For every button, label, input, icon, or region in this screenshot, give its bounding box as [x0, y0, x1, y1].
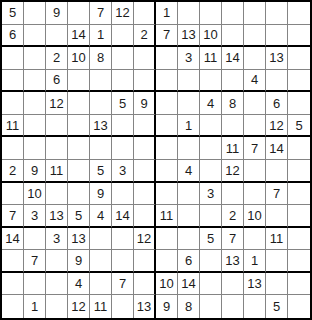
cell-r4c2[interactable] — [24, 70, 46, 93]
cell-r3c10[interactable]: 11 — [200, 47, 222, 70]
cell-r10c14[interactable] — [288, 205, 310, 228]
cell-r6c1[interactable]: 11 — [2, 115, 24, 138]
cell-r10c6[interactable]: 14 — [112, 205, 134, 228]
cell-r6c3[interactable] — [46, 115, 68, 138]
cell-r12c6[interactable] — [112, 250, 134, 273]
cell-r13c6[interactable]: 7 — [112, 273, 134, 296]
cell-r1c6[interactable]: 12 — [112, 2, 134, 25]
cell-r5c1[interactable] — [2, 92, 24, 115]
cell-r4c14[interactable] — [288, 70, 310, 93]
cell-r11c13[interactable]: 11 — [266, 228, 288, 251]
cell-r13c8[interactable]: 10 — [156, 273, 178, 296]
cell-r8c7[interactable] — [134, 160, 156, 183]
cell-r1c14[interactable] — [288, 2, 310, 25]
cell-r2c12[interactable] — [244, 25, 266, 48]
cell-r5c13[interactable]: 6 — [266, 92, 288, 115]
cell-r2c11[interactable] — [222, 25, 244, 48]
sudoku-board: 5971216141271310210831114136412594861113… — [0, 0, 312, 320]
cell-r1c4[interactable] — [68, 2, 90, 25]
cell-r1c2[interactable] — [24, 2, 46, 25]
cell-r14c11[interactable] — [222, 295, 244, 318]
cell-r8c8[interactable] — [156, 160, 178, 183]
cell-r10c3[interactable]: 13 — [46, 205, 68, 228]
cell-r3c13[interactable]: 13 — [266, 47, 288, 70]
cell-r14c3[interactable] — [46, 295, 68, 318]
cell-r12c7[interactable] — [134, 250, 156, 273]
cell-r9c13[interactable]: 7 — [266, 183, 288, 206]
cell-r14c2[interactable]: 1 — [24, 295, 46, 318]
cell-r12c9[interactable]: 6 — [178, 250, 200, 273]
cell-r4c12[interactable]: 4 — [244, 70, 266, 93]
cell-r6c12[interactable] — [244, 115, 266, 138]
cell-r5c12[interactable] — [244, 92, 266, 115]
cell-r5c3[interactable]: 12 — [46, 92, 68, 115]
cell-r4c6[interactable] — [112, 70, 134, 93]
cell-r3c5[interactable]: 8 — [90, 47, 112, 70]
cell-r11c12[interactable] — [244, 228, 266, 251]
cell-r12c4[interactable]: 9 — [68, 250, 90, 273]
cell-r1c7[interactable] — [134, 2, 156, 25]
cell-r9c3[interactable] — [46, 183, 68, 206]
cell-r5c10[interactable]: 4 — [200, 92, 222, 115]
cell-r11c4[interactable]: 13 — [68, 228, 90, 251]
cell-r14c14[interactable] — [288, 295, 310, 318]
cell-r12c2[interactable]: 7 — [24, 250, 46, 273]
cell-r6c2[interactable] — [24, 115, 46, 138]
cell-r11c2[interactable] — [24, 228, 46, 251]
cell-r4c11[interactable] — [222, 70, 244, 93]
cell-r13c7[interactable] — [134, 273, 156, 296]
cell-r9c10[interactable]: 3 — [200, 183, 222, 206]
cell-r10c5[interactable]: 4 — [90, 205, 112, 228]
cell-r5c14[interactable] — [288, 92, 310, 115]
cell-r1c3[interactable]: 9 — [46, 2, 68, 25]
cell-r5c4[interactable] — [68, 92, 90, 115]
cell-r2c2[interactable] — [24, 25, 46, 48]
cell-r12c1[interactable] — [2, 250, 24, 273]
cell-r7c3[interactable] — [46, 137, 68, 160]
cell-r2c13[interactable] — [266, 25, 288, 48]
cell-r1c10[interactable] — [200, 2, 222, 25]
cell-r8c4[interactable] — [68, 160, 90, 183]
cell-r12c13[interactable] — [266, 250, 288, 273]
cell-r10c4[interactable]: 5 — [68, 205, 90, 228]
cell-r1c11[interactable] — [222, 2, 244, 25]
cell-r8c1[interactable]: 2 — [2, 160, 24, 183]
cell-r3c1[interactable] — [2, 47, 24, 70]
cell-r1c1[interactable]: 5 — [2, 2, 24, 25]
cell-r13c10[interactable] — [200, 273, 222, 296]
cell-r8c11[interactable]: 12 — [222, 160, 244, 183]
cell-r2c6[interactable] — [112, 25, 134, 48]
cell-r9c12[interactable] — [244, 183, 266, 206]
cell-r4c5[interactable] — [90, 70, 112, 93]
cell-r3c11[interactable]: 14 — [222, 47, 244, 70]
cell-r5c7[interactable]: 9 — [134, 92, 156, 115]
cell-r7c7[interactable] — [134, 137, 156, 160]
cell-r14c12[interactable] — [244, 295, 266, 318]
cell-r7c5[interactable] — [90, 137, 112, 160]
cell-r12c11[interactable]: 13 — [222, 250, 244, 273]
cell-r4c9[interactable] — [178, 70, 200, 93]
cell-r9c2[interactable]: 10 — [24, 183, 46, 206]
cell-r14c6[interactable] — [112, 295, 134, 318]
cell-r12c3[interactable] — [46, 250, 68, 273]
cell-r7c2[interactable] — [24, 137, 46, 160]
cell-r4c3[interactable]: 6 — [46, 70, 68, 93]
cell-r6c4[interactable] — [68, 115, 90, 138]
cell-r3c4[interactable]: 10 — [68, 47, 90, 70]
cell-r9c5[interactable]: 9 — [90, 183, 112, 206]
cell-r10c2[interactable]: 3 — [24, 205, 46, 228]
cell-r3c14[interactable] — [288, 47, 310, 70]
cell-r10c9[interactable] — [178, 205, 200, 228]
cell-r1c12[interactable] — [244, 2, 266, 25]
cell-r11c9[interactable] — [178, 228, 200, 251]
cell-r7c8[interactable] — [156, 137, 178, 160]
cell-r10c13[interactable] — [266, 205, 288, 228]
cell-r6c11[interactable] — [222, 115, 244, 138]
cell-r6c7[interactable] — [134, 115, 156, 138]
cell-r10c12[interactable]: 10 — [244, 205, 266, 228]
cell-r11c5[interactable] — [90, 228, 112, 251]
cell-r12c14[interactable] — [288, 250, 310, 273]
cell-r12c10[interactable] — [200, 250, 222, 273]
cell-r14c8[interactable]: 9 — [156, 295, 178, 318]
cell-r11c8[interactable] — [156, 228, 178, 251]
cell-r5c11[interactable]: 8 — [222, 92, 244, 115]
cell-r3c2[interactable] — [24, 47, 46, 70]
cell-r1c9[interactable] — [178, 2, 200, 25]
cell-r2c1[interactable]: 6 — [2, 25, 24, 48]
cell-r10c8[interactable]: 11 — [156, 205, 178, 228]
cell-r1c8[interactable]: 1 — [156, 2, 178, 25]
cell-r5c9[interactable] — [178, 92, 200, 115]
cell-r11c7[interactable]: 12 — [134, 228, 156, 251]
cell-r2c9[interactable]: 13 — [178, 25, 200, 48]
cell-r8c5[interactable]: 5 — [90, 160, 112, 183]
cell-r7c4[interactable] — [68, 137, 90, 160]
cell-r5c2[interactable] — [24, 92, 46, 115]
cell-r14c13[interactable]: 5 — [266, 295, 288, 318]
cell-r7c6[interactable] — [112, 137, 134, 160]
cell-r2c10[interactable]: 10 — [200, 25, 222, 48]
cell-r11c10[interactable]: 5 — [200, 228, 222, 251]
cell-r4c1[interactable] — [2, 70, 24, 93]
cell-r3c7[interactable] — [134, 47, 156, 70]
cell-r13c11[interactable] — [222, 273, 244, 296]
cell-r1c5[interactable]: 7 — [90, 2, 112, 25]
cell-r6c9[interactable]: 1 — [178, 115, 200, 138]
cell-r13c9[interactable]: 14 — [178, 273, 200, 296]
cell-r6c8[interactable] — [156, 115, 178, 138]
cell-r12c5[interactable] — [90, 250, 112, 273]
cell-r4c8[interactable] — [156, 70, 178, 93]
cell-r3c8[interactable] — [156, 47, 178, 70]
cell-r10c1[interactable]: 7 — [2, 205, 24, 228]
cell-r2c8[interactable]: 7 — [156, 25, 178, 48]
cell-r13c13[interactable] — [266, 273, 288, 296]
cell-r6c14[interactable]: 5 — [288, 115, 310, 138]
cell-r11c1[interactable]: 14 — [2, 228, 24, 251]
cell-r6c6[interactable] — [112, 115, 134, 138]
cell-r13c12[interactable]: 13 — [244, 273, 266, 296]
cell-r5c5[interactable] — [90, 92, 112, 115]
cell-r9c9[interactable] — [178, 183, 200, 206]
cell-r13c1[interactable] — [2, 273, 24, 296]
cell-r14c5[interactable]: 11 — [90, 295, 112, 318]
cell-r14c7[interactable]: 13 — [134, 295, 156, 318]
cell-r6c13[interactable]: 12 — [266, 115, 288, 138]
cell-r8c6[interactable]: 3 — [112, 160, 134, 183]
cell-r9c4[interactable] — [68, 183, 90, 206]
cell-r2c5[interactable]: 1 — [90, 25, 112, 48]
cell-r12c8[interactable] — [156, 250, 178, 273]
cell-r13c2[interactable] — [24, 273, 46, 296]
cell-r6c10[interactable] — [200, 115, 222, 138]
cell-r14c1[interactable] — [2, 295, 24, 318]
cell-r7c10[interactable] — [200, 137, 222, 160]
cell-r12c12[interactable]: 1 — [244, 250, 266, 273]
cell-r7c1[interactable] — [2, 137, 24, 160]
cell-r10c11[interactable]: 2 — [222, 205, 244, 228]
cell-r8c3[interactable]: 11 — [46, 160, 68, 183]
cell-r3c6[interactable] — [112, 47, 134, 70]
cell-r11c14[interactable] — [288, 228, 310, 251]
cell-r9c1[interactable] — [2, 183, 24, 206]
cell-r8c10[interactable] — [200, 160, 222, 183]
cell-r2c3[interactable] — [46, 25, 68, 48]
cell-r9c11[interactable] — [222, 183, 244, 206]
cell-r9c6[interactable] — [112, 183, 134, 206]
cell-r5c6[interactable]: 5 — [112, 92, 134, 115]
cell-r8c14[interactable] — [288, 160, 310, 183]
cell-r4c7[interactable] — [134, 70, 156, 93]
cell-r11c3[interactable]: 3 — [46, 228, 68, 251]
cell-r8c12[interactable] — [244, 160, 266, 183]
cell-r9c14[interactable] — [288, 183, 310, 206]
cell-r14c4[interactable]: 12 — [68, 295, 90, 318]
cell-r8c13[interactable] — [266, 160, 288, 183]
cell-r4c13[interactable] — [266, 70, 288, 93]
cell-r6c5[interactable]: 13 — [90, 115, 112, 138]
cell-r4c10[interactable] — [200, 70, 222, 93]
cell-r2c14[interactable] — [288, 25, 310, 48]
cell-r11c6[interactable] — [112, 228, 134, 251]
cell-r13c5[interactable] — [90, 273, 112, 296]
cell-r10c10[interactable] — [200, 205, 222, 228]
cell-r8c2[interactable]: 9 — [24, 160, 46, 183]
cell-r3c9[interactable]: 3 — [178, 47, 200, 70]
cell-r3c3[interactable]: 2 — [46, 47, 68, 70]
cell-r7c9[interactable] — [178, 137, 200, 160]
cell-r14c10[interactable] — [200, 295, 222, 318]
cell-r14c9[interactable]: 8 — [178, 295, 200, 318]
cell-r1c13[interactable] — [266, 2, 288, 25]
cell-r4c4[interactable] — [68, 70, 90, 93]
cell-r13c3[interactable] — [46, 273, 68, 296]
cell-r10c7[interactable] — [134, 205, 156, 228]
cell-r13c4[interactable]: 4 — [68, 273, 90, 296]
cell-r9c7[interactable] — [134, 183, 156, 206]
cell-r7c14[interactable] — [288, 137, 310, 160]
cell-r3c12[interactable] — [244, 47, 266, 70]
cell-r2c4[interactable]: 14 — [68, 25, 90, 48]
cell-r7c13[interactable]: 14 — [266, 137, 288, 160]
cell-r2c7[interactable]: 2 — [134, 25, 156, 48]
cell-r8c9[interactable]: 4 — [178, 160, 200, 183]
cell-r7c12[interactable]: 7 — [244, 137, 266, 160]
cell-r9c8[interactable] — [156, 183, 178, 206]
cell-r13c14[interactable] — [288, 273, 310, 296]
cell-r11c11[interactable]: 7 — [222, 228, 244, 251]
cell-r5c8[interactable] — [156, 92, 178, 115]
cell-r7c11[interactable]: 11 — [222, 137, 244, 160]
